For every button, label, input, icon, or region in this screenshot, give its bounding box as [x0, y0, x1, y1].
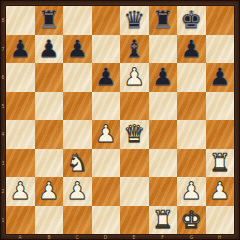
square-h3[interactable]: ♜	[206, 149, 235, 178]
square-g2[interactable]: ♟	[177, 177, 206, 206]
square-c2[interactable]: ♟	[63, 177, 92, 206]
file-label-a: A	[6, 234, 35, 240]
square-b5[interactable]	[35, 92, 64, 121]
square-f1[interactable]: ♜	[149, 206, 178, 235]
square-c4[interactable]	[63, 120, 92, 149]
square-h8[interactable]	[206, 6, 235, 35]
square-h7[interactable]	[206, 35, 235, 64]
square-c6[interactable]	[63, 63, 92, 92]
square-b8[interactable]: ♜	[35, 6, 64, 35]
square-g6[interactable]	[177, 63, 206, 92]
square-f8[interactable]: ♜	[149, 6, 178, 35]
square-c1[interactable]	[63, 206, 92, 235]
square-c8[interactable]	[63, 6, 92, 35]
white-pawn-piece[interactable]: ♟	[38, 179, 60, 203]
square-a6[interactable]	[6, 63, 35, 92]
square-f7[interactable]	[149, 35, 178, 64]
square-d3[interactable]	[92, 149, 121, 178]
black-queen-piece[interactable]: ♛	[123, 8, 145, 32]
square-a2[interactable]: ♟	[6, 177, 35, 206]
white-rook-piece[interactable]: ♜	[209, 151, 231, 175]
square-c5[interactable]	[63, 92, 92, 121]
rank-label-text: 2	[2, 189, 5, 194]
square-e6[interactable]: ♟	[120, 63, 149, 92]
chess-board: ♜♛♜♚♟♟♟♝♟♟♟♟♟♟♛♞♜♟♟♟♟♟♜♚	[6, 6, 234, 234]
file-label-d: D	[92, 234, 121, 240]
square-h5[interactable]	[206, 92, 235, 121]
black-pawn-piece[interactable]: ♟	[209, 65, 231, 89]
white-queen-piece[interactable]: ♛	[123, 122, 145, 146]
square-a1[interactable]	[6, 206, 35, 235]
square-g7[interactable]: ♟	[177, 35, 206, 64]
rank-label-4: 4	[0, 120, 6, 149]
square-g1[interactable]: ♚	[177, 206, 206, 235]
black-rook-piece[interactable]: ♜	[38, 8, 60, 32]
rank-label-text: 5	[2, 103, 5, 108]
square-a3[interactable]	[6, 149, 35, 178]
chess-board-frame: 87654321 ABCDEFGH ♜♛♜♚♟♟♟♝♟♟♟♟♟♟♛♞♜♟♟♟♟♟…	[0, 0, 240, 240]
rank-label-text: 3	[2, 160, 5, 165]
rank-label-text: 8	[2, 18, 5, 23]
square-g8[interactable]: ♚	[177, 6, 206, 35]
file-label-g: G	[177, 234, 206, 240]
square-h1[interactable]	[206, 206, 235, 235]
square-c7[interactable]: ♟	[63, 35, 92, 64]
file-labels: ABCDEFGH	[6, 234, 234, 240]
black-bishop-piece[interactable]: ♝	[123, 37, 145, 61]
white-rook-piece[interactable]: ♜	[152, 208, 174, 232]
square-d6[interactable]: ♟	[92, 63, 121, 92]
file-label-text: H	[218, 235, 221, 240]
file-label-text: B	[47, 235, 50, 240]
square-f6[interactable]: ♟	[149, 63, 178, 92]
square-g5[interactable]	[177, 92, 206, 121]
rank-label-8: 8	[0, 6, 6, 35]
black-pawn-piece[interactable]: ♟	[152, 65, 174, 89]
black-pawn-piece[interactable]: ♟	[180, 37, 202, 61]
black-pawn-piece[interactable]: ♟	[95, 65, 117, 89]
square-c3[interactable]: ♞	[63, 149, 92, 178]
rank-label-5: 5	[0, 92, 6, 121]
square-a5[interactable]	[6, 92, 35, 121]
square-b2[interactable]: ♟	[35, 177, 64, 206]
square-e2[interactable]	[120, 177, 149, 206]
white-king-piece[interactable]: ♚	[180, 208, 202, 232]
square-e5[interactable]	[120, 92, 149, 121]
black-rook-piece[interactable]: ♜	[152, 8, 174, 32]
file-label-c: C	[63, 234, 92, 240]
rank-label-6: 6	[0, 63, 6, 92]
file-label-text: E	[133, 235, 136, 240]
black-king-piece[interactable]: ♚	[180, 8, 202, 32]
file-label-text: F	[161, 235, 164, 240]
square-b4[interactable]	[35, 120, 64, 149]
white-pawn-piece[interactable]: ♟	[123, 65, 145, 89]
rank-label-3: 3	[0, 149, 6, 178]
square-f5[interactable]	[149, 92, 178, 121]
square-a4[interactable]	[6, 120, 35, 149]
black-pawn-piece[interactable]: ♟	[38, 37, 60, 61]
file-label-text: A	[19, 235, 22, 240]
square-b7[interactable]: ♟	[35, 35, 64, 64]
square-b3[interactable]	[35, 149, 64, 178]
white-pawn-piece[interactable]: ♟	[95, 122, 117, 146]
file-label-text: G	[189, 235, 192, 240]
white-knight-piece[interactable]: ♞	[66, 151, 88, 175]
white-pawn-piece[interactable]: ♟	[180, 179, 202, 203]
square-e8[interactable]: ♛	[120, 6, 149, 35]
square-f2[interactable]	[149, 177, 178, 206]
square-d1[interactable]	[92, 206, 121, 235]
square-e1[interactable]	[120, 206, 149, 235]
square-e4[interactable]: ♛	[120, 120, 149, 149]
square-b1[interactable]	[35, 206, 64, 235]
square-f4[interactable]	[149, 120, 178, 149]
square-e3[interactable]	[120, 149, 149, 178]
file-label-f: F	[149, 234, 178, 240]
rank-label-1: 1	[0, 206, 6, 235]
square-d5[interactable]	[92, 92, 121, 121]
file-label-text: D	[104, 235, 107, 240]
square-d8[interactable]	[92, 6, 121, 35]
square-h2[interactable]: ♟	[206, 177, 235, 206]
square-d7[interactable]	[92, 35, 121, 64]
rank-labels: 87654321	[0, 6, 6, 234]
rank-label-text: 4	[2, 132, 5, 137]
rank-label-7: 7	[0, 35, 6, 64]
file-label-text: C	[76, 235, 79, 240]
square-a7[interactable]: ♟	[6, 35, 35, 64]
square-e7[interactable]: ♝	[120, 35, 149, 64]
rank-label-text: 1	[2, 217, 5, 222]
rank-label-2: 2	[0, 177, 6, 206]
file-label-b: B	[35, 234, 64, 240]
square-g3[interactable]	[177, 149, 206, 178]
square-h6[interactable]: ♟	[206, 63, 235, 92]
white-pawn-piece[interactable]: ♟	[66, 179, 88, 203]
square-a8[interactable]	[6, 6, 35, 35]
file-label-h: H	[206, 234, 235, 240]
white-pawn-piece[interactable]: ♟	[209, 179, 231, 203]
rank-label-text: 7	[2, 46, 5, 51]
square-g4[interactable]	[177, 120, 206, 149]
black-pawn-piece[interactable]: ♟	[9, 37, 31, 61]
square-f3[interactable]	[149, 149, 178, 178]
file-label-e: E	[120, 234, 149, 240]
square-h4[interactable]	[206, 120, 235, 149]
rank-label-text: 6	[2, 75, 5, 80]
white-pawn-piece[interactable]: ♟	[9, 179, 31, 203]
square-d2[interactable]	[92, 177, 121, 206]
black-pawn-piece[interactable]: ♟	[66, 37, 88, 61]
square-d4[interactable]: ♟	[92, 120, 121, 149]
square-b6[interactable]	[35, 63, 64, 92]
